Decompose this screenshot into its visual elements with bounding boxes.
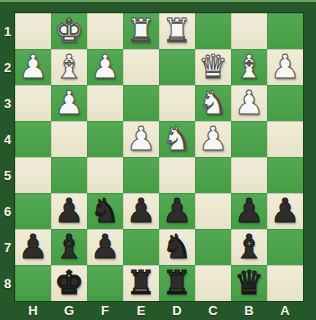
- square-h7[interactable]: ♟: [15, 229, 51, 265]
- square-d2[interactable]: [159, 49, 195, 85]
- square-a2[interactable]: ♟: [267, 49, 303, 85]
- rank-label-5: 5: [0, 157, 15, 193]
- square-c4[interactable]: ♟: [195, 121, 231, 157]
- square-c3[interactable]: ♞: [195, 85, 231, 121]
- file-label-g: G: [51, 301, 87, 320]
- white-bishop-g2[interactable]: ♝: [54, 49, 84, 85]
- square-g7[interactable]: ♝: [51, 229, 87, 265]
- black-pawn-a6[interactable]: ♟: [270, 193, 300, 229]
- square-g1[interactable]: ♚: [51, 13, 87, 49]
- rank-label-7: 7: [0, 229, 15, 265]
- chess-board-frame: 1 2 3 4 5 6 7 8 ♚♜♜♟♝♟♛♝♟♟♞♟♟♞♟♟♞♟♟♟♟♟♝♟…: [0, 0, 316, 320]
- square-f6[interactable]: ♞: [87, 193, 123, 229]
- square-f5[interactable]: [87, 157, 123, 193]
- square-h8[interactable]: [15, 265, 51, 301]
- black-bishop-b7[interactable]: ♝: [234, 229, 264, 265]
- white-pawn-e4[interactable]: ♟: [126, 121, 156, 157]
- white-knight-d4[interactable]: ♞: [162, 121, 192, 157]
- square-a7[interactable]: [267, 229, 303, 265]
- square-d5[interactable]: [159, 157, 195, 193]
- square-g8[interactable]: ♚: [51, 265, 87, 301]
- white-rook-e1[interactable]: ♜: [126, 13, 156, 49]
- square-a4[interactable]: [267, 121, 303, 157]
- square-h4[interactable]: [15, 121, 51, 157]
- square-h3[interactable]: [15, 85, 51, 121]
- square-e7[interactable]: [123, 229, 159, 265]
- white-pawn-b3[interactable]: ♟: [234, 85, 264, 121]
- black-king-g8[interactable]: ♚: [54, 265, 84, 301]
- square-h2[interactable]: ♟: [15, 49, 51, 85]
- black-rook-d8[interactable]: ♜: [162, 265, 192, 301]
- square-c7[interactable]: [195, 229, 231, 265]
- square-f2[interactable]: ♟: [87, 49, 123, 85]
- black-knight-d7[interactable]: ♞: [162, 229, 192, 265]
- square-c8[interactable]: [195, 265, 231, 301]
- square-d1[interactable]: ♜: [159, 13, 195, 49]
- rank-label-8: 8: [0, 265, 15, 301]
- square-e5[interactable]: [123, 157, 159, 193]
- square-d4[interactable]: ♞: [159, 121, 195, 157]
- white-rook-d1[interactable]: ♜: [162, 13, 192, 49]
- square-h1[interactable]: [15, 13, 51, 49]
- black-pawn-f7[interactable]: ♟: [90, 229, 120, 265]
- square-h5[interactable]: [15, 157, 51, 193]
- square-b2[interactable]: ♝: [231, 49, 267, 85]
- file-label-c: C: [195, 301, 231, 320]
- black-bishop-g7[interactable]: ♝: [54, 229, 84, 265]
- black-pawn-e6[interactable]: ♟: [126, 193, 156, 229]
- white-pawn-c4[interactable]: ♟: [198, 121, 228, 157]
- white-pawn-f2[interactable]: ♟: [90, 49, 120, 85]
- square-a3[interactable]: [267, 85, 303, 121]
- black-pawn-d6[interactable]: ♟: [162, 193, 192, 229]
- file-label-h: H: [15, 301, 51, 320]
- square-b4[interactable]: [231, 121, 267, 157]
- square-e3[interactable]: [123, 85, 159, 121]
- black-queen-b8[interactable]: ♛: [234, 265, 264, 301]
- rank-label-4: 4: [0, 121, 15, 157]
- square-c6[interactable]: [195, 193, 231, 229]
- square-e4[interactable]: ♟: [123, 121, 159, 157]
- square-f3[interactable]: [87, 85, 123, 121]
- square-c1[interactable]: [195, 13, 231, 49]
- square-d7[interactable]: ♞: [159, 229, 195, 265]
- square-f4[interactable]: [87, 121, 123, 157]
- square-b8[interactable]: ♛: [231, 265, 267, 301]
- rank-label-2: 2: [0, 49, 15, 85]
- square-e8[interactable]: ♜: [123, 265, 159, 301]
- square-e6[interactable]: ♟: [123, 193, 159, 229]
- white-pawn-a2[interactable]: ♟: [270, 49, 300, 85]
- chess-board: ♚♜♜♟♝♟♛♝♟♟♞♟♟♞♟♟♞♟♟♟♟♟♝♟♞♝♚♜♜♛: [15, 13, 303, 301]
- square-c2[interactable]: ♛: [195, 49, 231, 85]
- square-b5[interactable]: [231, 157, 267, 193]
- square-g3[interactable]: ♟: [51, 85, 87, 121]
- square-g4[interactable]: [51, 121, 87, 157]
- white-pawn-g3[interactable]: ♟: [54, 85, 84, 121]
- file-labels: H G F E D C B A: [15, 301, 303, 320]
- square-e1[interactable]: ♜: [123, 13, 159, 49]
- rank-label-1: 1: [0, 13, 15, 49]
- square-a8[interactable]: [267, 265, 303, 301]
- square-b3[interactable]: ♟: [231, 85, 267, 121]
- square-a1[interactable]: [267, 13, 303, 49]
- white-king-g1[interactable]: ♚: [54, 13, 84, 49]
- black-pawn-h7[interactable]: ♟: [18, 229, 48, 265]
- square-a5[interactable]: [267, 157, 303, 193]
- square-g6[interactable]: ♟: [51, 193, 87, 229]
- black-rook-e8[interactable]: ♜: [126, 265, 156, 301]
- black-pawn-b6[interactable]: ♟: [234, 193, 264, 229]
- square-f8[interactable]: [87, 265, 123, 301]
- file-label-b: B: [231, 301, 267, 320]
- square-h6[interactable]: [15, 193, 51, 229]
- square-b6[interactable]: ♟: [231, 193, 267, 229]
- white-pawn-h2[interactable]: ♟: [18, 49, 48, 85]
- square-e2[interactable]: [123, 49, 159, 85]
- white-knight-c3[interactable]: ♞: [198, 85, 228, 121]
- square-d6[interactable]: ♟: [159, 193, 195, 229]
- square-f7[interactable]: ♟: [87, 229, 123, 265]
- square-d3[interactable]: [159, 85, 195, 121]
- square-b1[interactable]: [231, 13, 267, 49]
- file-label-e: E: [123, 301, 159, 320]
- white-queen-c2[interactable]: ♛: [198, 49, 228, 85]
- white-bishop-b2[interactable]: ♝: [234, 49, 264, 85]
- square-f1[interactable]: [87, 13, 123, 49]
- file-label-d: D: [159, 301, 195, 320]
- square-g2[interactable]: ♝: [51, 49, 87, 85]
- file-label-a: A: [267, 301, 303, 320]
- square-b7[interactable]: ♝: [231, 229, 267, 265]
- square-d8[interactable]: ♜: [159, 265, 195, 301]
- black-pawn-g6[interactable]: ♟: [54, 193, 84, 229]
- rank-label-3: 3: [0, 85, 15, 121]
- rank-label-6: 6: [0, 193, 15, 229]
- black-knight-f6[interactable]: ♞: [90, 193, 120, 229]
- square-c5[interactable]: [195, 157, 231, 193]
- frame-top-highlight: [0, 0, 316, 2]
- rank-labels: 1 2 3 4 5 6 7 8: [0, 13, 15, 301]
- square-a6[interactable]: ♟: [267, 193, 303, 229]
- file-label-f: F: [87, 301, 123, 320]
- square-g5[interactable]: [51, 157, 87, 193]
